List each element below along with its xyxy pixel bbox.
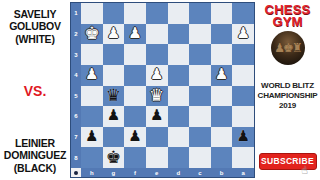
square-c6 xyxy=(189,106,211,127)
square-c3 xyxy=(189,44,211,65)
square-b2 xyxy=(211,24,233,45)
square-c1 xyxy=(189,3,211,24)
square-g8: ♚ xyxy=(103,147,125,168)
square-f1 xyxy=(124,3,146,24)
board-grid: 12♚♟♟♟34♟♟♟5♛♛6♟♟7♟♟♟8♚hgfedcba xyxy=(70,2,255,178)
subscribe-button[interactable]: SUBSCRIBE ☝ xyxy=(259,153,317,170)
square-b5 xyxy=(211,86,233,107)
square-h4: ♟ xyxy=(81,65,103,86)
file-label-g: g xyxy=(103,168,125,177)
rank-label-1: 1 xyxy=(71,3,81,24)
square-d7 xyxy=(168,127,190,148)
square-d3 xyxy=(168,44,190,65)
white-pawn: ♟ xyxy=(150,67,163,82)
square-a1 xyxy=(232,3,254,24)
square-f6 xyxy=(124,106,146,127)
black-pawn: ♟ xyxy=(150,108,163,123)
rank-label-6: 6 xyxy=(71,106,81,127)
white-pawn: ♟ xyxy=(128,26,141,41)
cursor-hand-icon: ☝ xyxy=(300,164,309,176)
square-e6: ♟ xyxy=(146,106,168,127)
rank-label-7: 7 xyxy=(71,127,81,148)
players-panel: SAVELIY GOLUBOV (WHITE) VS. LEINIER DOMI… xyxy=(0,0,70,180)
square-a8 xyxy=(232,147,254,168)
square-f4 xyxy=(124,65,146,86)
square-d6 xyxy=(168,106,190,127)
square-b4: ♟ xyxy=(211,65,233,86)
square-e5: ♛ xyxy=(146,86,168,107)
chess-pieces-icon: ♟♚♜ xyxy=(274,42,300,54)
square-e2 xyxy=(146,24,168,45)
black-queen: ♛ xyxy=(106,87,121,104)
square-g3 xyxy=(103,44,125,65)
file-label-e: e xyxy=(146,168,168,177)
square-d8 xyxy=(168,147,190,168)
rank-label-8: 8 xyxy=(71,147,81,168)
square-h5 xyxy=(81,86,103,107)
square-a3 xyxy=(232,44,254,65)
file-label-f: f xyxy=(124,168,146,177)
square-d2 xyxy=(168,24,190,45)
square-e7 xyxy=(146,127,168,148)
square-e1 xyxy=(146,3,168,24)
rank-label-5: 5 xyxy=(71,86,81,107)
square-f5 xyxy=(124,86,146,107)
square-e8 xyxy=(146,147,168,168)
black-player-name: LEINIER DOMINGUEZ (BLACK) xyxy=(4,137,66,174)
square-f8 xyxy=(124,147,146,168)
square-c7 xyxy=(189,127,211,148)
square-f3 xyxy=(124,44,146,65)
black-to-move-dot-icon xyxy=(74,171,78,175)
file-label-a: a xyxy=(232,168,254,177)
white-pawn: ♟ xyxy=(85,67,98,82)
white-pawn: ♟ xyxy=(236,26,249,41)
white-pawn: ♟ xyxy=(107,26,120,41)
square-h2: ♚ xyxy=(81,24,103,45)
square-b1 xyxy=(211,3,233,24)
square-d5 xyxy=(168,86,190,107)
black-king: ♚ xyxy=(106,149,121,166)
square-c5 xyxy=(189,86,211,107)
channel-name: CHESS GYM xyxy=(265,4,311,29)
vs-label: VS. xyxy=(24,83,47,99)
square-d4 xyxy=(168,65,190,86)
channel-logo: ♟♚♜ xyxy=(271,31,305,65)
square-f7: ♟ xyxy=(124,127,146,148)
rank-label-4: 4 xyxy=(71,65,81,86)
square-e4: ♟ xyxy=(146,65,168,86)
square-b3 xyxy=(211,44,233,65)
square-b6 xyxy=(211,106,233,127)
square-b7 xyxy=(211,127,233,148)
square-h3 xyxy=(81,44,103,65)
black-pawn: ♟ xyxy=(107,108,120,123)
white-pawn: ♟ xyxy=(215,67,228,82)
square-c2 xyxy=(189,24,211,45)
white-king: ♚ xyxy=(84,25,99,42)
square-h1 xyxy=(81,3,103,24)
black-pawn: ♟ xyxy=(128,129,141,144)
square-b8 xyxy=(211,147,233,168)
chess-board: 12♚♟♟♟34♟♟♟5♛♛6♟♟7♟♟♟8♚hgfedcba xyxy=(70,0,255,180)
square-a4 xyxy=(232,65,254,86)
square-g7 xyxy=(103,127,125,148)
square-d1 xyxy=(168,3,190,24)
square-g6: ♟ xyxy=(103,106,125,127)
square-g4 xyxy=(103,65,125,86)
square-h7: ♟ xyxy=(81,127,103,148)
square-g2: ♟ xyxy=(103,24,125,45)
square-g5: ♛ xyxy=(103,86,125,107)
side-to-move-indicator xyxy=(71,168,81,177)
square-g1 xyxy=(103,3,125,24)
square-e3 xyxy=(146,44,168,65)
file-label-d: d xyxy=(168,168,190,177)
square-c4 xyxy=(189,65,211,86)
file-label-b: b xyxy=(211,168,233,177)
square-a2: ♟ xyxy=(232,24,254,45)
square-a7: ♟ xyxy=(232,127,254,148)
black-pawn: ♟ xyxy=(85,129,98,144)
square-f2: ♟ xyxy=(124,24,146,45)
square-a5 xyxy=(232,86,254,107)
rank-label-2: 2 xyxy=(71,24,81,45)
channel-panel: CHESS GYM ♟♚♜ WORLD BLITZ CHAMPIONSHIP 2… xyxy=(255,0,320,180)
rank-label-3: 3 xyxy=(71,44,81,65)
file-label-h: h xyxy=(81,168,103,177)
black-pawn: ♟ xyxy=(236,129,249,144)
file-label-c: c xyxy=(189,168,211,177)
square-h6 xyxy=(81,106,103,127)
square-h8 xyxy=(81,147,103,168)
white-queen: ♛ xyxy=(149,87,164,104)
square-a6 xyxy=(232,106,254,127)
square-c8 xyxy=(189,147,211,168)
white-player-name: SAVELIY GOLUBOV (WHITE) xyxy=(9,8,61,45)
event-title: WORLD BLITZ CHAMPIONSHIP 2019 xyxy=(258,81,318,112)
